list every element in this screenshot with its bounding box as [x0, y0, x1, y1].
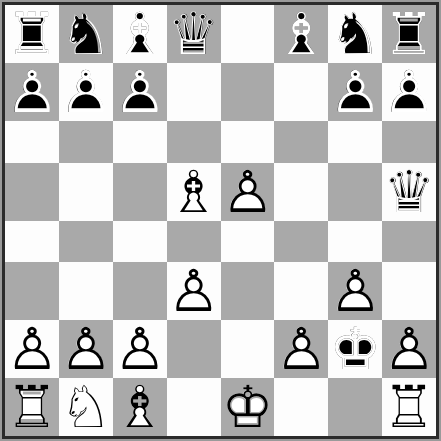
- square-f1[interactable]: [274, 378, 328, 436]
- white-pawn-outline-glyph: ♙: [168, 262, 220, 320]
- square-b5[interactable]: [59, 163, 113, 221]
- white-king-outline-glyph: ♔: [221, 378, 273, 436]
- white-bishop-outline-glyph: ♗: [114, 378, 166, 436]
- square-e1[interactable]: ♚♔: [221, 378, 275, 436]
- square-e2[interactable]: [221, 320, 275, 378]
- square-d2[interactable]: [167, 320, 221, 378]
- square-b7[interactable]: ♟♙: [59, 63, 113, 121]
- black-bishop-outline-glyph: ♗: [275, 5, 327, 63]
- square-g6[interactable]: [328, 121, 382, 163]
- piece-black-pawn: ♟♙: [328, 63, 382, 121]
- square-e7[interactable]: [221, 63, 275, 121]
- square-g4[interactable]: [328, 221, 382, 263]
- square-c8[interactable]: ♝♗: [113, 5, 167, 63]
- square-h7[interactable]: ♟♙: [382, 63, 436, 121]
- piece-white-pawn: ♟♙: [167, 262, 221, 320]
- black-rook-outline-glyph: ♖: [6, 5, 58, 63]
- square-f5[interactable]: [274, 163, 328, 221]
- piece-black-pawn: ♟♙: [113, 63, 167, 121]
- square-e3[interactable]: [221, 262, 275, 320]
- piece-white-pawn: ♟♙: [59, 320, 113, 378]
- square-a8[interactable]: ♜♖: [5, 5, 59, 63]
- white-pawn-outline-glyph: ♙: [6, 320, 58, 378]
- square-b1[interactable]: ♞♘: [59, 378, 113, 436]
- piece-black-queen: ♛♕: [382, 163, 436, 221]
- square-a3[interactable]: [5, 262, 59, 320]
- piece-white-pawn: ♟♙: [328, 262, 382, 320]
- piece-black-pawn: ♟♙: [59, 63, 113, 121]
- square-c5[interactable]: [113, 163, 167, 221]
- square-f2[interactable]: ♟♙: [274, 320, 328, 378]
- square-b4[interactable]: [59, 221, 113, 263]
- square-c6[interactable]: [113, 121, 167, 163]
- black-king-outline-glyph: ♔: [329, 320, 381, 378]
- square-a6[interactable]: [5, 121, 59, 163]
- square-f8[interactable]: ♝♗: [274, 5, 328, 63]
- white-bishop-outline-glyph: ♗: [168, 163, 220, 221]
- piece-black-king: ♚♔: [328, 320, 382, 378]
- white-rook-outline-glyph: ♖: [383, 378, 435, 436]
- square-g3[interactable]: ♟♙: [328, 262, 382, 320]
- square-d8[interactable]: ♛♕: [167, 5, 221, 63]
- piece-black-bishop: ♝♗: [113, 5, 167, 63]
- black-knight-outline-glyph: ♘: [60, 5, 112, 63]
- square-a7[interactable]: ♟♙: [5, 63, 59, 121]
- square-d6[interactable]: [167, 121, 221, 163]
- square-f7[interactable]: [274, 63, 328, 121]
- piece-white-pawn: ♟♙: [113, 320, 167, 378]
- square-f4[interactable]: [274, 221, 328, 263]
- piece-white-bishop: ♝♗: [167, 163, 221, 221]
- square-a4[interactable]: [5, 221, 59, 263]
- white-pawn-outline-glyph: ♙: [221, 163, 273, 221]
- piece-white-knight: ♞♘: [59, 378, 113, 436]
- black-pawn-outline-glyph: ♙: [114, 63, 166, 121]
- square-a5[interactable]: [5, 163, 59, 221]
- square-h8[interactable]: ♜♖: [382, 5, 436, 63]
- piece-white-pawn: ♟♙: [5, 320, 59, 378]
- square-e6[interactable]: [221, 121, 275, 163]
- square-d3[interactable]: ♟♙: [167, 262, 221, 320]
- black-pawn-outline-glyph: ♙: [329, 63, 381, 121]
- piece-white-rook: ♜♖: [5, 378, 59, 436]
- piece-black-pawn: ♟♙: [5, 63, 59, 121]
- piece-white-rook: ♜♖: [382, 378, 436, 436]
- square-h1[interactable]: ♜♖: [382, 378, 436, 436]
- square-h4[interactable]: [382, 221, 436, 263]
- square-h2[interactable]: ♟♙: [382, 320, 436, 378]
- black-queen-outline-glyph: ♕: [383, 163, 435, 221]
- black-rook-outline-glyph: ♖: [383, 5, 435, 63]
- piece-black-knight: ♞♘: [328, 5, 382, 63]
- square-f6[interactable]: [274, 121, 328, 163]
- square-c2[interactable]: ♟♙: [113, 320, 167, 378]
- square-e8[interactable]: [221, 5, 275, 63]
- square-d4[interactable]: [167, 221, 221, 263]
- piece-black-bishop: ♝♗: [274, 5, 328, 63]
- square-g2[interactable]: ♚♔: [328, 320, 382, 378]
- square-c7[interactable]: ♟♙: [113, 63, 167, 121]
- white-pawn-outline-glyph: ♙: [114, 320, 166, 378]
- square-b6[interactable]: [59, 121, 113, 163]
- piece-black-knight: ♞♘: [59, 5, 113, 63]
- square-a1[interactable]: ♜♖: [5, 378, 59, 436]
- piece-white-bishop: ♝♗: [113, 378, 167, 436]
- square-f3[interactable]: [274, 262, 328, 320]
- white-knight-outline-glyph: ♘: [60, 378, 112, 436]
- black-bishop-outline-glyph: ♗: [114, 5, 166, 63]
- square-b2[interactable]: ♟♙: [59, 320, 113, 378]
- white-rook-outline-glyph: ♖: [6, 378, 58, 436]
- piece-black-pawn: ♟♙: [382, 63, 436, 121]
- square-e4[interactable]: [221, 221, 275, 263]
- piece-black-rook: ♜♖: [5, 5, 59, 63]
- piece-white-king: ♚♔: [221, 378, 275, 436]
- black-knight-outline-glyph: ♘: [329, 5, 381, 63]
- square-c4[interactable]: [113, 221, 167, 263]
- square-b3[interactable]: [59, 262, 113, 320]
- piece-white-pawn: ♟♙: [274, 320, 328, 378]
- piece-black-queen: ♛♕: [167, 5, 221, 63]
- black-queen-outline-glyph: ♕: [168, 5, 220, 63]
- square-d1[interactable]: [167, 378, 221, 436]
- white-pawn-outline-glyph: ♙: [383, 320, 435, 378]
- chess-board: ♜♖♞♘♝♗♛♕♝♗♞♘♜♖♟♙♟♙♟♙♟♙♟♙♝♗♟♙♛♕♟♙♟♙♟♙♟♙♟♙…: [0, 0, 441, 441]
- square-g5[interactable]: [328, 163, 382, 221]
- piece-white-pawn: ♟♙: [382, 320, 436, 378]
- piece-white-pawn: ♟♙: [221, 163, 275, 221]
- square-g7[interactable]: ♟♙: [328, 63, 382, 121]
- square-h6[interactable]: [382, 121, 436, 163]
- square-c3[interactable]: [113, 262, 167, 320]
- black-pawn-outline-glyph: ♙: [383, 63, 435, 121]
- black-pawn-outline-glyph: ♙: [6, 63, 58, 121]
- square-c1[interactable]: ♝♗: [113, 378, 167, 436]
- white-pawn-outline-glyph: ♙: [275, 320, 327, 378]
- white-pawn-outline-glyph: ♙: [329, 262, 381, 320]
- black-pawn-outline-glyph: ♙: [60, 63, 112, 121]
- square-h5[interactable]: ♛♕: [382, 163, 436, 221]
- square-g1[interactable]: [328, 378, 382, 436]
- square-d5[interactable]: ♝♗: [167, 163, 221, 221]
- square-d7[interactable]: [167, 63, 221, 121]
- square-b8[interactable]: ♞♘: [59, 5, 113, 63]
- board-grid: ♜♖♞♘♝♗♛♕♝♗♞♘♜♖♟♙♟♙♟♙♟♙♟♙♝♗♟♙♛♕♟♙♟♙♟♙♟♙♟♙…: [5, 5, 436, 436]
- square-e5[interactable]: ♟♙: [221, 163, 275, 221]
- square-a2[interactable]: ♟♙: [5, 320, 59, 378]
- square-h3[interactable]: [382, 262, 436, 320]
- white-pawn-outline-glyph: ♙: [60, 320, 112, 378]
- piece-black-rook: ♜♖: [382, 5, 436, 63]
- square-g8[interactable]: ♞♘: [328, 5, 382, 63]
